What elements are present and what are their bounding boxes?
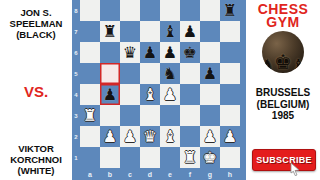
white-king-g1: ♚ — [203, 147, 217, 168]
square-f8[interactable] — [180, 0, 200, 21]
square-a4[interactable] — [80, 84, 100, 105]
square-g3[interactable] — [200, 105, 220, 126]
square-g4[interactable] — [200, 84, 220, 105]
square-e2[interactable]: ♝ — [160, 126, 180, 147]
black-rook-b7: ♜ — [103, 21, 117, 42]
vs-label: VS. — [1, 84, 71, 99]
channel-logo: ♞ ♚ ♝ — [262, 31, 304, 73]
event-city: BRUSSELS — [256, 87, 310, 99]
square-c6[interactable]: ♛ — [120, 42, 140, 63]
file-label-b: b — [100, 168, 120, 180]
file-label-d: d — [140, 168, 160, 180]
white-pawn-c2: ♟ — [123, 126, 137, 147]
black-player-line3: (BLACK) — [1, 29, 71, 40]
file-label-f: f — [180, 168, 200, 180]
square-c7[interactable] — [120, 21, 140, 42]
square-h8[interactable]: ♜ — [220, 0, 240, 21]
square-h4[interactable] — [220, 84, 240, 105]
square-e5[interactable]: ♞ — [160, 63, 180, 84]
square-f5[interactable] — [180, 63, 200, 84]
channel-panel: CHESS GYM ♞ ♚ ♝ BRUSSELS (BELGIUM) 1985 … — [246, 0, 320, 180]
square-b7[interactable]: ♜ — [100, 21, 120, 42]
square-g8[interactable] — [200, 0, 220, 21]
black-pawn-e6: ♟ — [163, 42, 177, 63]
subscribe-label: SUBSCRIBE — [256, 155, 312, 165]
square-h1[interactable] — [220, 147, 240, 168]
square-c4[interactable] — [120, 84, 140, 105]
square-b6[interactable] — [100, 42, 120, 63]
square-e4[interactable]: ♟ — [160, 84, 180, 105]
square-h3[interactable] — [220, 105, 240, 126]
square-c2[interactable]: ♟ — [120, 126, 140, 147]
square-a7[interactable] — [80, 21, 100, 42]
white-player-line3: (WHITE) — [1, 165, 71, 176]
bishop-silhouette-icon: ♝ — [292, 55, 304, 73]
black-pawn-f7: ♟ — [183, 21, 197, 42]
channel-name: CHESS GYM — [258, 3, 309, 29]
square-b1[interactable] — [100, 147, 120, 168]
square-a6[interactable] — [80, 42, 100, 63]
white-player-line1: VIKTOR — [1, 143, 71, 154]
square-f6[interactable]: ♚ — [180, 42, 200, 63]
king-silhouette-icon: ♚ — [274, 51, 292, 73]
square-a8[interactable] — [80, 0, 100, 21]
file-label-a: a — [80, 168, 100, 180]
chess-board-frame: 87654321 ♜♜♝♟♛♟♟♚♞♟♟♝♟♜♟♟♛♝♟♟♜♚ abcdefgh — [72, 0, 246, 180]
white-bishop-e2: ♝ — [163, 126, 177, 147]
chess-board[interactable]: ♜♜♝♟♛♟♟♚♞♟♟♝♟♜♟♟♛♝♟♟♜♚ — [80, 0, 240, 168]
subscribe-button[interactable]: SUBSCRIBE — [252, 149, 316, 171]
black-player-name: JON S. SPEELMAN (BLACK) — [1, 7, 71, 40]
event-info: BRUSSELS (BELGIUM) 1985 — [256, 87, 310, 122]
black-king-f6: ♚ — [183, 42, 197, 63]
rank-label-4: 4 — [72, 84, 80, 105]
square-h6[interactable] — [220, 42, 240, 63]
square-g1[interactable]: ♚ — [200, 147, 220, 168]
rank-labels: 87654321 — [72, 0, 80, 168]
rank-label-1: 1 — [72, 147, 80, 168]
square-d4[interactable]: ♝ — [140, 84, 160, 105]
file-label-g: g — [200, 168, 220, 180]
square-c8[interactable] — [120, 0, 140, 21]
square-e7[interactable]: ♝ — [160, 21, 180, 42]
square-e3[interactable] — [160, 105, 180, 126]
square-h7[interactable] — [220, 21, 240, 42]
square-h2[interactable]: ♟ — [220, 126, 240, 147]
square-f7[interactable]: ♟ — [180, 21, 200, 42]
square-d1[interactable] — [140, 147, 160, 168]
square-c5[interactable] — [120, 63, 140, 84]
black-pawn-g5: ♟ — [203, 63, 217, 84]
square-g2[interactable]: ♟ — [200, 126, 220, 147]
hand-cursor-icon — [289, 162, 301, 176]
square-g5[interactable]: ♟ — [200, 63, 220, 84]
square-e8[interactable] — [160, 0, 180, 21]
square-c3[interactable] — [120, 105, 140, 126]
square-g7[interactable] — [200, 21, 220, 42]
rank-label-8: 8 — [72, 0, 80, 21]
square-a5[interactable] — [80, 63, 100, 84]
square-d6[interactable]: ♟ — [140, 42, 160, 63]
square-d5[interactable] — [140, 63, 160, 84]
black-rook-h8: ♜ — [223, 0, 237, 21]
white-pawn-b2: ♟ — [103, 126, 117, 147]
file-label-c: c — [120, 168, 140, 180]
black-knight-e5: ♞ — [163, 63, 177, 84]
black-player-line2: SPEELMAN — [1, 18, 71, 29]
video-thumbnail: JON S. SPEELMAN (BLACK) VS. VIKTOR KORCH… — [0, 0, 320, 180]
rank-label-7: 7 — [72, 21, 80, 42]
square-f1[interactable]: ♜ — [180, 147, 200, 168]
black-pawn-d6: ♟ — [143, 42, 157, 63]
square-f2[interactable] — [180, 126, 200, 147]
square-b2[interactable]: ♟ — [100, 126, 120, 147]
black-pawn-b4: ♟ — [103, 84, 117, 105]
white-pawn-e4: ♟ — [163, 84, 177, 105]
square-e1[interactable] — [160, 147, 180, 168]
white-rook-f1: ♜ — [183, 147, 197, 168]
white-player-name: VIKTOR KORCHNOI (WHITE) — [1, 143, 71, 176]
square-c1[interactable] — [120, 147, 140, 168]
white-rook-a3: ♜ — [83, 105, 97, 126]
white-bishop-d4: ♝ — [143, 84, 157, 105]
knight-silhouette-icon: ♞ — [262, 55, 274, 73]
square-f3[interactable] — [180, 105, 200, 126]
square-a1[interactable] — [80, 147, 100, 168]
rank-label-6: 6 — [72, 42, 80, 63]
rank-label-5: 5 — [72, 63, 80, 84]
white-pawn-g2: ♟ — [203, 126, 217, 147]
rank-label-3: 3 — [72, 105, 80, 126]
square-d2[interactable]: ♛ — [140, 126, 160, 147]
event-year: 1985 — [256, 110, 310, 122]
square-h5[interactable] — [220, 63, 240, 84]
white-queen-d2: ♛ — [143, 126, 157, 147]
square-d3[interactable] — [140, 105, 160, 126]
white-player-line2: KORCHNOI — [1, 154, 71, 165]
square-b3[interactable] — [100, 105, 120, 126]
channel-name-line2: GYM — [258, 16, 309, 29]
black-queen-c6: ♛ — [123, 42, 137, 63]
file-labels: abcdefgh — [80, 168, 240, 180]
event-country: (BELGIUM) — [256, 99, 310, 111]
square-b4[interactable]: ♟ — [100, 84, 120, 105]
white-pawn-h2: ♟ — [223, 126, 237, 147]
file-label-h: h — [220, 168, 240, 180]
black-player-line1: JON S. — [1, 7, 71, 18]
square-d8[interactable] — [140, 0, 160, 21]
square-b5[interactable] — [100, 63, 120, 84]
file-label-e: e — [160, 168, 180, 180]
square-f4[interactable] — [180, 84, 200, 105]
players-panel: JON S. SPEELMAN (BLACK) VS. VIKTOR KORCH… — [0, 0, 72, 180]
square-e6[interactable]: ♟ — [160, 42, 180, 63]
square-a2[interactable] — [80, 126, 100, 147]
square-a3[interactable]: ♜ — [80, 105, 100, 126]
square-d7[interactable] — [140, 21, 160, 42]
rank-label-2: 2 — [72, 126, 80, 147]
black-bishop-e7: ♝ — [163, 21, 177, 42]
square-g6[interactable] — [200, 42, 220, 63]
square-b8[interactable] — [100, 0, 120, 21]
